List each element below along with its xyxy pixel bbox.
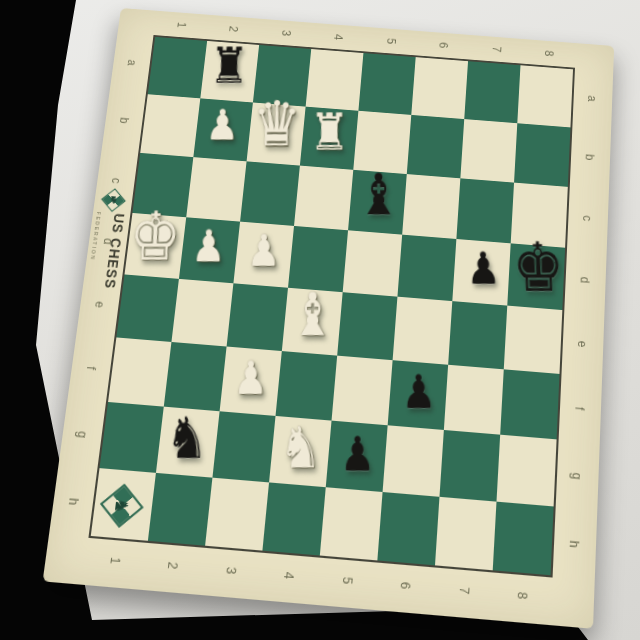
white-pawn-d3[interactable]: ♟ xyxy=(246,229,280,273)
square-b8[interactable] xyxy=(514,123,570,187)
file-label-left: h xyxy=(67,498,80,506)
knight-glyph: ♞ xyxy=(108,194,119,205)
rank-label-bottom: 7 xyxy=(457,586,470,594)
square-a8[interactable] xyxy=(517,65,573,127)
white-pawn-f3[interactable]: ♟ xyxy=(233,355,268,401)
square-e5[interactable] xyxy=(337,292,397,360)
square-g6[interactable] xyxy=(383,425,444,497)
corner-knight-glyph: ♞ xyxy=(112,497,132,514)
square-g1[interactable] xyxy=(100,402,164,473)
square-d6[interactable] xyxy=(397,235,456,301)
rank-label-top: 3 xyxy=(280,30,292,37)
file-label-right: a xyxy=(586,95,598,102)
square-e2[interactable] xyxy=(171,279,233,347)
square-h3[interactable] xyxy=(205,478,269,551)
file-label-left: d xyxy=(102,238,115,245)
square-f8[interactable] xyxy=(500,369,559,439)
rank-label-bottom: 5 xyxy=(340,576,353,584)
chess-mat: ♞ US CHESS FEDERATION 1234567812345678ab… xyxy=(43,8,615,629)
square-f7[interactable] xyxy=(444,365,504,435)
rank-label-bottom: 8 xyxy=(516,591,529,599)
file-label-left: g xyxy=(76,430,89,438)
file-label-right: b xyxy=(584,154,596,161)
white-pawn-b2[interactable]: ♟ xyxy=(206,104,240,146)
square-e8[interactable] xyxy=(504,306,563,374)
rank-label-bottom: 3 xyxy=(224,566,237,574)
rank-label-bottom: 4 xyxy=(282,571,295,579)
square-a1[interactable] xyxy=(148,37,207,98)
square-g8[interactable] xyxy=(496,435,556,507)
rank-label-top: 4 xyxy=(332,34,344,41)
black-bishop-c5[interactable]: ♝ xyxy=(356,166,400,223)
square-c6[interactable] xyxy=(402,174,460,239)
square-h2[interactable] xyxy=(148,473,213,546)
square-e6[interactable] xyxy=(393,297,453,365)
square-h7[interactable] xyxy=(435,497,497,570)
square-a7[interactable] xyxy=(464,61,520,123)
white-rook-b4[interactable]: ♜ xyxy=(310,106,350,157)
file-label-right: e xyxy=(576,340,588,348)
square-b7[interactable] xyxy=(460,119,517,183)
us-chess-knight-logo-icon: ♞ xyxy=(101,188,126,212)
black-pawn-g5[interactable]: ♟ xyxy=(340,430,375,478)
rank-label-bottom: 2 xyxy=(166,561,179,569)
square-g3[interactable] xyxy=(212,411,275,482)
rank-label-top: 2 xyxy=(228,26,240,33)
square-g7[interactable] xyxy=(439,430,500,502)
square-c4[interactable] xyxy=(294,166,353,231)
file-label-right: d xyxy=(579,276,591,283)
file-label-right: h xyxy=(568,540,581,548)
file-label-left: f xyxy=(85,366,98,370)
square-e7[interactable] xyxy=(448,301,507,369)
rank-label-top: 8 xyxy=(543,50,555,57)
square-f4[interactable] xyxy=(276,351,338,421)
file-label-right: f xyxy=(573,407,585,411)
square-h4[interactable] xyxy=(262,482,325,555)
black-king-d8[interactable]: ♚ xyxy=(512,234,566,302)
photo-scene: ♞ US CHESS FEDERATION 1234567812345678ab… xyxy=(0,0,640,640)
rank-label-bottom: 6 xyxy=(399,581,412,589)
file-label-left: c xyxy=(110,177,122,183)
square-h5[interactable] xyxy=(320,487,383,560)
rank-label-bottom: 1 xyxy=(108,556,121,564)
white-pawn-d2[interactable]: ♟ xyxy=(191,224,226,268)
black-pawn-d7[interactable]: ♟ xyxy=(466,246,501,290)
black-knight-g2[interactable]: ♞ xyxy=(165,408,209,465)
square-a6[interactable] xyxy=(411,57,468,119)
file-label-left: a xyxy=(126,59,138,66)
file-label-right: g xyxy=(570,472,583,480)
square-d5[interactable] xyxy=(343,230,402,296)
square-h8[interactable] xyxy=(493,502,554,576)
black-pawn-f6[interactable]: ♟ xyxy=(401,369,436,416)
square-c3[interactable] xyxy=(240,161,300,226)
square-e3[interactable] xyxy=(227,283,288,351)
square-b6[interactable] xyxy=(407,115,464,178)
square-h6[interactable] xyxy=(377,492,439,565)
white-knight-g4[interactable]: ♞ xyxy=(279,418,322,476)
square-f1[interactable] xyxy=(108,337,171,406)
white-queen-b3[interactable]: ♛ xyxy=(252,94,301,156)
rank-label-top: 7 xyxy=(490,46,502,53)
square-f5[interactable] xyxy=(332,356,393,426)
square-a5[interactable] xyxy=(358,53,415,115)
square-a4[interactable] xyxy=(306,49,364,111)
file-label-left: e xyxy=(93,301,106,308)
square-c2[interactable] xyxy=(186,157,246,221)
file-label-left: b xyxy=(118,117,130,124)
square-c7[interactable] xyxy=(456,178,514,243)
rank-label-top: 6 xyxy=(438,42,450,49)
white-bishop-e4[interactable]: ♝ xyxy=(290,285,335,345)
file-label-right: c xyxy=(581,215,593,222)
black-rook-a2[interactable]: ♜ xyxy=(209,40,250,90)
rank-label-top: 1 xyxy=(175,22,187,29)
square-e1[interactable] xyxy=(116,274,179,342)
white-king-d1[interactable]: ♚ xyxy=(128,203,182,270)
square-b1[interactable] xyxy=(140,94,200,157)
rank-label-top: 5 xyxy=(385,38,397,45)
square-f2[interactable] xyxy=(164,342,227,411)
